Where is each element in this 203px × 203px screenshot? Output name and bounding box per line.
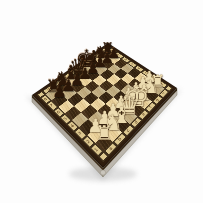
piece-white-rook-a1[interactable]: ♜ xyxy=(95,123,113,143)
pieces-layer: ♜♞♝♛♚♝♞♜♟♟♟♟♟♟♟♟♟♟♟♟♟♟♟♟♜♞♝♛♚♝♞♜ xyxy=(0,0,203,203)
piece-black-pawn-a7[interactable]: ♟ xyxy=(52,84,67,101)
chess-set-product-photo: aa88bb77cc66dd55ee44ff33gg22hh11 ♜♞♝♛♚♝♞… xyxy=(0,0,203,203)
